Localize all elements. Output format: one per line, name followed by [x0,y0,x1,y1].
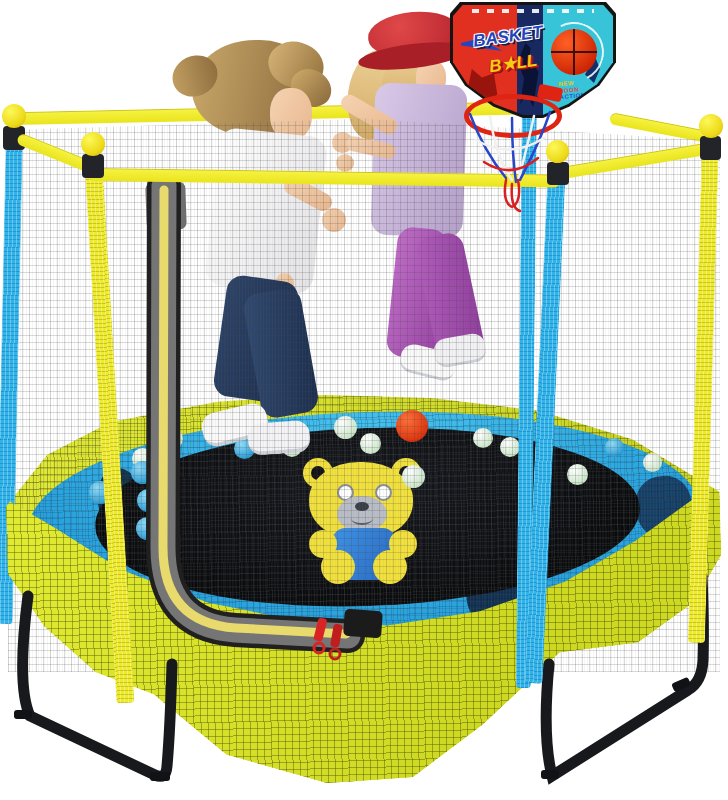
zipper-tape [163,186,348,636]
pole-cap-ball [699,114,723,138]
zipper-tape-edge [163,186,348,636]
leg-foot [150,772,170,781]
zipper-coil [163,190,346,634]
pole-cap-ball [81,132,105,156]
product-photo-stage: BASKET B★LL NEW BOON ACTION [0,0,728,800]
trampoline-leg-right [546,576,703,776]
backboard-top-dashes [472,9,594,13]
trampoline-leg-left [23,596,172,776]
backboard-ball-graphic [551,29,597,75]
zipper-label-patch [343,609,383,639]
leg-foot [541,770,559,779]
backboard-brand-text: BASKET [472,22,544,52]
pole-collar [700,136,721,160]
leg-foot [14,710,32,719]
zipper-pull-ring [330,649,340,659]
pole-collar [82,154,104,178]
hoop-net [462,106,558,216]
